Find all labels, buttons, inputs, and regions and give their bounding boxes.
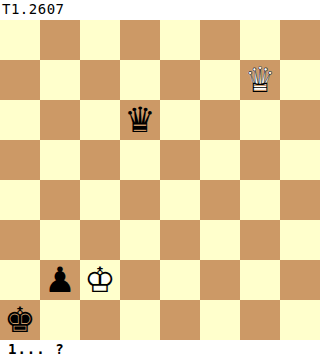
square-b2[interactable]: ♟	[40, 260, 80, 300]
square-b7[interactable]	[40, 60, 80, 100]
square-c1[interactable]	[80, 300, 120, 340]
square-e7[interactable]	[160, 60, 200, 100]
square-g2[interactable]	[240, 260, 280, 300]
square-c3[interactable]	[80, 220, 120, 260]
square-a1[interactable]: ♚	[0, 300, 40, 340]
square-f3[interactable]	[200, 220, 240, 260]
square-d1[interactable]	[120, 300, 160, 340]
square-a3[interactable]	[0, 220, 40, 260]
square-a8[interactable]	[0, 20, 40, 60]
square-a2[interactable]	[0, 260, 40, 300]
piece-white-king-c2[interactable]: ♚♔	[80, 260, 120, 300]
square-e3[interactable]	[160, 220, 200, 260]
piece-black-pawn-b2[interactable]: ♟	[40, 260, 80, 300]
square-f8[interactable]	[200, 20, 240, 60]
square-d4[interactable]	[120, 180, 160, 220]
square-g5[interactable]	[240, 140, 280, 180]
square-d3[interactable]	[120, 220, 160, 260]
square-f1[interactable]	[200, 300, 240, 340]
square-e4[interactable]	[160, 180, 200, 220]
square-e8[interactable]	[160, 20, 200, 60]
square-g6[interactable]	[240, 100, 280, 140]
square-f2[interactable]	[200, 260, 240, 300]
square-a4[interactable]	[0, 180, 40, 220]
square-d8[interactable]	[120, 20, 160, 60]
square-e2[interactable]	[160, 260, 200, 300]
black-pawn-glyph: ♟	[40, 260, 80, 300]
square-h4[interactable]	[280, 180, 320, 220]
square-h1[interactable]	[280, 300, 320, 340]
move-prompt: 1... ?	[0, 340, 320, 360]
square-a6[interactable]	[0, 100, 40, 140]
square-e5[interactable]	[160, 140, 200, 180]
white-queen-outline: ♕	[240, 60, 280, 100]
black-queen-glyph: ♛	[120, 100, 160, 140]
square-h3[interactable]	[280, 220, 320, 260]
square-b5[interactable]	[40, 140, 80, 180]
square-g1[interactable]	[240, 300, 280, 340]
square-c8[interactable]	[80, 20, 120, 60]
square-b1[interactable]	[40, 300, 80, 340]
square-d7[interactable]	[120, 60, 160, 100]
piece-black-queen-d6[interactable]: ♛	[120, 100, 160, 140]
square-a5[interactable]	[0, 140, 40, 180]
square-d6[interactable]: ♛	[120, 100, 160, 140]
square-g3[interactable]	[240, 220, 280, 260]
square-b8[interactable]	[40, 20, 80, 60]
square-h2[interactable]	[280, 260, 320, 300]
square-c6[interactable]	[80, 100, 120, 140]
white-king-outline: ♔	[80, 260, 120, 300]
square-c4[interactable]	[80, 180, 120, 220]
square-f4[interactable]	[200, 180, 240, 220]
square-a7[interactable]	[0, 60, 40, 100]
square-b4[interactable]	[40, 180, 80, 220]
square-h5[interactable]	[280, 140, 320, 180]
piece-white-queen-g7[interactable]: ♛♕	[240, 60, 280, 100]
diagram-title: T1.2607	[0, 0, 320, 20]
square-c7[interactable]	[80, 60, 120, 100]
square-g8[interactable]	[240, 20, 280, 60]
square-f7[interactable]	[200, 60, 240, 100]
square-e6[interactable]	[160, 100, 200, 140]
square-g7[interactable]: ♛♕	[240, 60, 280, 100]
square-h7[interactable]	[280, 60, 320, 100]
square-b3[interactable]	[40, 220, 80, 260]
square-d5[interactable]	[120, 140, 160, 180]
square-f5[interactable]	[200, 140, 240, 180]
square-f6[interactable]	[200, 100, 240, 140]
square-d2[interactable]	[120, 260, 160, 300]
chess-board: ♛♕♛♟♚♔♚	[0, 20, 320, 340]
square-g4[interactable]	[240, 180, 280, 220]
square-c2[interactable]: ♚♔	[80, 260, 120, 300]
square-h6[interactable]	[280, 100, 320, 140]
piece-black-king-a1[interactable]: ♚	[0, 300, 40, 340]
black-king-glyph: ♚	[0, 300, 40, 340]
square-b6[interactable]	[40, 100, 80, 140]
square-h8[interactable]	[280, 20, 320, 60]
square-e1[interactable]	[160, 300, 200, 340]
square-c5[interactable]	[80, 140, 120, 180]
